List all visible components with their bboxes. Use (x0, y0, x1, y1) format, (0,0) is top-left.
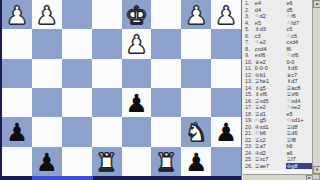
black-pawn: ♟ (125, 91, 147, 116)
square-f3[interactable] (62, 29, 92, 58)
square-a7[interactable] (211, 147, 241, 176)
black-pawn: ♟ (185, 150, 207, 175)
square-g2[interactable]: ♟ (32, 0, 62, 29)
square-f7[interactable] (62, 147, 92, 176)
square-c7[interactable]: ♜ (151, 147, 181, 176)
square-e4[interactable] (92, 59, 122, 88)
square-c2[interactable] (151, 0, 181, 29)
square-b3[interactable] (181, 29, 211, 58)
square-h7[interactable] (2, 147, 32, 176)
white-pawn: ♟ (125, 32, 147, 57)
square-h3[interactable] (2, 29, 32, 58)
square-g5[interactable] (32, 88, 62, 117)
square-a3[interactable] (211, 29, 241, 58)
black-pawn: ♟ (6, 120, 28, 145)
black-move-selected[interactable]: ♔g8 (286, 163, 313, 170)
board-bottom-bar (0, 176, 241, 180)
square-d4[interactable] (122, 59, 152, 88)
square-c3[interactable] (151, 29, 181, 58)
white-rook: ♜ (155, 150, 177, 175)
white-pawn: ♟ (215, 3, 237, 28)
horizontal-scrollbar[interactable]: ► (243, 174, 313, 180)
square-a5[interactable] (211, 88, 241, 117)
white-knight: ♞ (185, 120, 207, 145)
square-e2[interactable] (92, 0, 122, 29)
square-e7[interactable]: ♜ (92, 147, 122, 176)
chess-board: ♟♟♚♟♟♟♟♟♞♟♟♜♜♟ (2, 0, 241, 176)
square-b5[interactable] (181, 88, 211, 117)
square-g6[interactable] (32, 117, 62, 146)
square-b6[interactable]: ♞ (181, 117, 211, 146)
move-row-26: 26.♖ae7♔g8 (243, 163, 313, 170)
square-f5[interactable] (62, 88, 92, 117)
square-d3[interactable]: ♟ (122, 29, 152, 58)
chess-app-window: ♟♟♚♟♟♟♟♟♞♟♟♜♜♟ 1.e4e62.d4d53.♘d2♘f64.e5♘… (0, 0, 320, 180)
square-f2[interactable] (62, 0, 92, 29)
vertical-scrollbar[interactable]: ▲ ▼ (312, 0, 320, 174)
square-c5[interactable] (151, 88, 181, 117)
square-d5[interactable]: ♟ (122, 88, 152, 117)
square-d2[interactable]: ♚ (122, 0, 152, 29)
square-a2[interactable]: ♟ (211, 0, 241, 29)
move-list-panel: 1.e4e62.d4d53.♘d2♘f64.e5♘fd75.♗d3c56.c3♘… (241, 0, 320, 180)
square-c6[interactable] (151, 117, 181, 146)
white-rook: ♜ (95, 150, 117, 175)
white-pawn: ♟ (36, 3, 58, 28)
move-number: 26. (243, 163, 255, 170)
white-king: ♚ (125, 3, 147, 28)
scroll-up-icon[interactable]: ▲ (313, 0, 320, 8)
square-d6[interactable] (122, 117, 152, 146)
square-h2[interactable]: ♟ (2, 0, 32, 29)
bottom-bar-blue-segment (32, 176, 93, 180)
square-b4[interactable] (181, 59, 211, 88)
square-f4[interactable] (62, 59, 92, 88)
scrollbar-corner (312, 174, 320, 180)
scroll-down-icon[interactable]: ▼ (313, 166, 320, 174)
square-b2[interactable]: ♟ (181, 0, 211, 29)
board-frame: ♟♟♚♟♟♟♟♟♞♟♟♜♜♟ (0, 0, 241, 180)
white-pawn: ♟ (6, 3, 28, 28)
square-d7[interactable] (122, 147, 152, 176)
square-g4[interactable] (32, 59, 62, 88)
black-pawn: ♟ (215, 120, 237, 145)
white-move[interactable]: ♖ae7 (255, 163, 287, 170)
square-a6[interactable]: ♟ (211, 117, 241, 146)
square-g3[interactable] (32, 29, 62, 58)
black-pawn: ♟ (36, 150, 58, 175)
square-h4[interactable] (2, 59, 32, 88)
square-h5[interactable] (2, 88, 32, 117)
square-a4[interactable] (211, 59, 241, 88)
square-h6[interactable]: ♟ (2, 117, 32, 146)
square-e5[interactable] (92, 88, 122, 117)
square-e6[interactable] (92, 117, 122, 146)
square-e3[interactable] (92, 29, 122, 58)
square-b7[interactable]: ♟ (181, 147, 211, 176)
move-list: 1.e4e62.d4d53.♘d2♘f64.e5♘fd75.♗d3c56.c3♘… (243, 0, 313, 170)
white-pawn: ♟ (185, 3, 207, 28)
square-c4[interactable] (151, 59, 181, 88)
square-g7[interactable]: ♟ (32, 147, 62, 176)
square-f6[interactable] (62, 117, 92, 146)
